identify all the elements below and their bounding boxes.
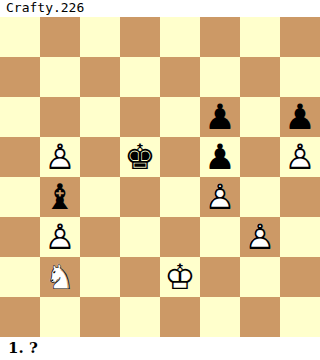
- square-b6[interactable]: [40, 97, 80, 137]
- square-h2[interactable]: [280, 257, 320, 297]
- square-f8[interactable]: [200, 17, 240, 57]
- window-title: Crafty.226: [0, 0, 320, 17]
- square-c2[interactable]: [80, 257, 120, 297]
- square-b3[interactable]: ♟♙: [40, 217, 80, 257]
- piece-black-pawn: ♟: [200, 137, 240, 177]
- black-pawn-icon: ♟: [200, 97, 240, 137]
- square-f2[interactable]: [200, 257, 240, 297]
- black-pawn-icon: ♟: [280, 97, 320, 137]
- square-c5[interactable]: [80, 137, 120, 177]
- square-h3[interactable]: [280, 217, 320, 257]
- square-e3[interactable]: [160, 217, 200, 257]
- piece-white-pawn: ♟♙: [40, 217, 80, 257]
- square-d1[interactable]: [120, 297, 160, 337]
- square-d2[interactable]: [120, 257, 160, 297]
- square-g7[interactable]: [240, 57, 280, 97]
- square-f4[interactable]: ♟♙: [200, 177, 240, 217]
- white-pawn-outline-icon: ♙: [240, 217, 280, 257]
- move-prompt: 1. ?: [0, 337, 320, 360]
- square-b5[interactable]: ♟♙: [40, 137, 80, 177]
- square-b4[interactable]: ♝: [40, 177, 80, 217]
- square-c3[interactable]: [80, 217, 120, 257]
- square-e6[interactable]: [160, 97, 200, 137]
- square-e7[interactable]: [160, 57, 200, 97]
- piece-white-pawn: ♟♙: [200, 177, 240, 217]
- square-a5[interactable]: [0, 137, 40, 177]
- square-c1[interactable]: [80, 297, 120, 337]
- piece-white-pawn: ♟♙: [280, 137, 320, 177]
- square-a1[interactable]: [0, 297, 40, 337]
- square-c4[interactable]: [80, 177, 120, 217]
- black-pawn-icon: ♟: [200, 137, 240, 177]
- square-h6[interactable]: ♟: [280, 97, 320, 137]
- square-f5[interactable]: ♟: [200, 137, 240, 177]
- piece-white-king: ♚♔: [160, 257, 200, 297]
- black-king-icon: ♚: [120, 137, 160, 177]
- square-h7[interactable]: [280, 57, 320, 97]
- square-c6[interactable]: [80, 97, 120, 137]
- square-h1[interactable]: [280, 297, 320, 337]
- square-a3[interactable]: [0, 217, 40, 257]
- square-e1[interactable]: [160, 297, 200, 337]
- square-d5[interactable]: ♚: [120, 137, 160, 177]
- white-king-outline-icon: ♔: [160, 257, 200, 297]
- square-g2[interactable]: [240, 257, 280, 297]
- square-b7[interactable]: [40, 57, 80, 97]
- square-g3[interactable]: ♟♙: [240, 217, 280, 257]
- square-b8[interactable]: [40, 17, 80, 57]
- chess-board: ♟♟♟♙♚♟♟♙♝♟♙♟♙♟♙♞♘♚♔: [0, 17, 320, 337]
- square-f3[interactable]: [200, 217, 240, 257]
- square-a4[interactable]: [0, 177, 40, 217]
- square-c7[interactable]: [80, 57, 120, 97]
- square-g6[interactable]: [240, 97, 280, 137]
- square-a2[interactable]: [0, 257, 40, 297]
- white-knight-outline-icon: ♘: [40, 257, 80, 297]
- square-d4[interactable]: [120, 177, 160, 217]
- square-b1[interactable]: [40, 297, 80, 337]
- white-pawn-outline-icon: ♙: [40, 217, 80, 257]
- square-g5[interactable]: [240, 137, 280, 177]
- square-h8[interactable]: [280, 17, 320, 57]
- square-e2[interactable]: ♚♔: [160, 257, 200, 297]
- white-pawn-outline-icon: ♙: [40, 137, 80, 177]
- square-b2[interactable]: ♞♘: [40, 257, 80, 297]
- square-f7[interactable]: [200, 57, 240, 97]
- square-h4[interactable]: [280, 177, 320, 217]
- square-g4[interactable]: [240, 177, 280, 217]
- square-d3[interactable]: [120, 217, 160, 257]
- white-pawn-outline-icon: ♙: [280, 137, 320, 177]
- square-a7[interactable]: [0, 57, 40, 97]
- square-g1[interactable]: [240, 297, 280, 337]
- piece-black-pawn: ♟: [280, 97, 320, 137]
- white-pawn-outline-icon: ♙: [200, 177, 240, 217]
- piece-black-king: ♚: [120, 137, 160, 177]
- square-f6[interactable]: ♟: [200, 97, 240, 137]
- piece-black-bishop: ♝: [40, 177, 80, 217]
- crafty-window: Crafty.226 ♟♟♟♙♚♟♟♙♝♟♙♟♙♟♙♞♘♚♔ 1. ?: [0, 0, 320, 360]
- square-f1[interactable]: [200, 297, 240, 337]
- square-a6[interactable]: [0, 97, 40, 137]
- square-e4[interactable]: [160, 177, 200, 217]
- square-d6[interactable]: [120, 97, 160, 137]
- square-h5[interactable]: ♟♙: [280, 137, 320, 177]
- square-g8[interactable]: [240, 17, 280, 57]
- square-d7[interactable]: [120, 57, 160, 97]
- piece-white-pawn: ♟♙: [40, 137, 80, 177]
- square-c8[interactable]: [80, 17, 120, 57]
- piece-black-pawn: ♟: [200, 97, 240, 137]
- square-e5[interactable]: [160, 137, 200, 177]
- piece-white-knight: ♞♘: [40, 257, 80, 297]
- square-e8[interactable]: [160, 17, 200, 57]
- square-d8[interactable]: [120, 17, 160, 57]
- black-bishop-icon: ♝: [40, 177, 80, 217]
- piece-white-pawn: ♟♙: [240, 217, 280, 257]
- square-a8[interactable]: [0, 17, 40, 57]
